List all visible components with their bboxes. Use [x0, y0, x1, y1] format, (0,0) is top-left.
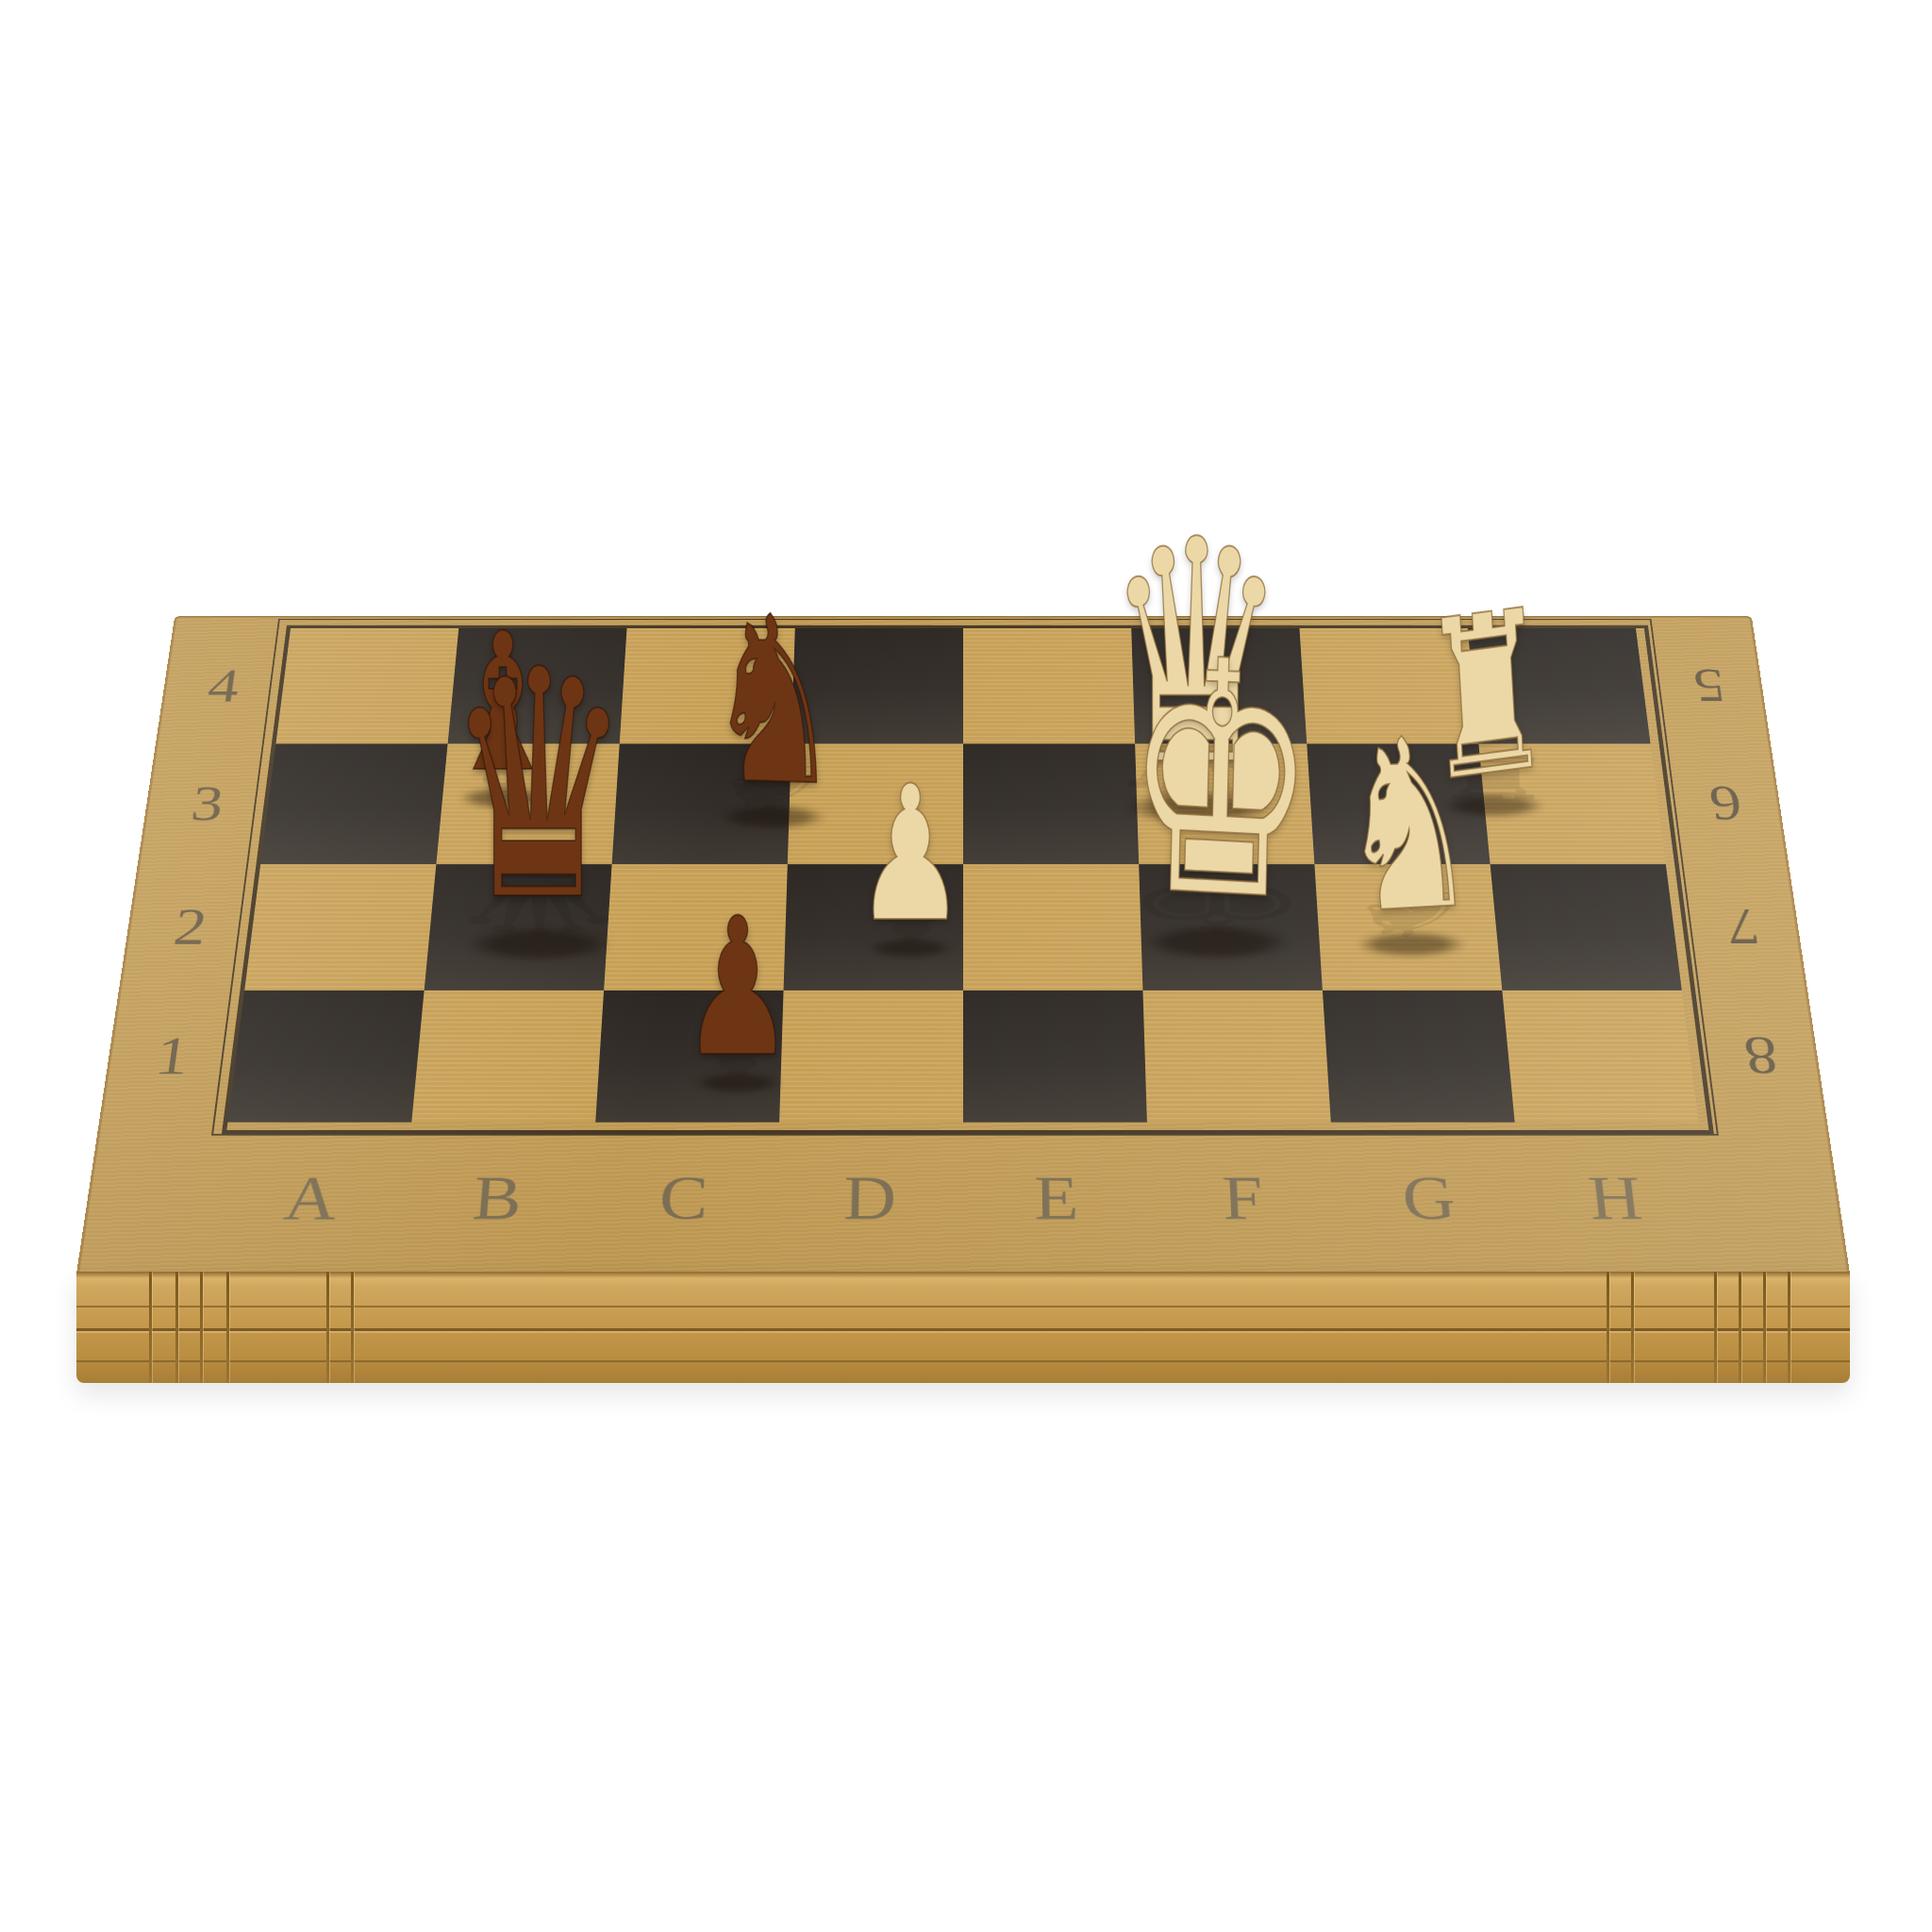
square-d2[interactable]	[784, 864, 963, 991]
rank-label-4: 4	[205, 661, 241, 709]
box-front-face	[76, 1272, 1850, 1383]
rank-label-3: 3	[189, 778, 226, 828]
square-g1[interactable]	[1323, 991, 1515, 1123]
square-a1[interactable]	[227, 991, 424, 1123]
rank-label-5-rotated: 5	[1690, 661, 1727, 709]
square-f2[interactable]	[1139, 864, 1323, 991]
box-cut-line	[175, 1272, 178, 1383]
box-cut-line	[1607, 1272, 1609, 1383]
rank-label-8-rotated: 8	[1740, 1028, 1781, 1083]
square-d3[interactable]	[788, 743, 963, 864]
box-cut-line	[351, 1272, 354, 1383]
file-label-b: B	[471, 1167, 525, 1229]
file-label-e: E	[1034, 1167, 1079, 1229]
square-d4[interactable]	[791, 628, 963, 743]
square-f1[interactable]	[1142, 991, 1330, 1123]
square-a3[interactable]	[260, 743, 447, 864]
box-cut-line	[1739, 1272, 1741, 1383]
square-h1[interactable]	[1502, 991, 1698, 1123]
square-a2[interactable]	[244, 864, 436, 991]
box-cut-line	[149, 1272, 152, 1383]
file-label-c: C	[658, 1167, 709, 1229]
square-g4[interactable]	[1299, 628, 1478, 743]
file-label-h: H	[1586, 1167, 1645, 1229]
box-cut-line	[1714, 1272, 1717, 1383]
box-fold-seam	[76, 1328, 1850, 1331]
box-cut-line	[1788, 1272, 1790, 1383]
board-squares-grid	[227, 628, 1698, 1122]
box-cut-line	[226, 1272, 229, 1383]
square-a4[interactable]	[275, 628, 458, 743]
chess-board: 4321 5678 ABCDEFGH	[76, 616, 1850, 1274]
square-e4[interactable]	[963, 628, 1135, 743]
rank-label-6-rotated: 6	[1707, 778, 1745, 828]
square-e1[interactable]	[963, 991, 1147, 1123]
square-c2[interactable]	[604, 864, 788, 991]
square-e2[interactable]	[963, 864, 1142, 991]
photo-stage: 4321 5678 ABCDEFGH ♝♝♞♞♛♛♟♟♛♛♚♚♟♟♜♜♞♞	[0, 0, 1932, 1932]
square-f4[interactable]	[1131, 628, 1307, 743]
file-label-a: A	[281, 1167, 341, 1229]
box-cut-line	[200, 1272, 203, 1383]
box-groove	[76, 1360, 1850, 1362]
square-c1[interactable]	[595, 991, 783, 1123]
square-g3[interactable]	[1307, 743, 1490, 864]
file-label-f: F	[1221, 1167, 1264, 1229]
square-h2[interactable]	[1491, 864, 1682, 991]
square-b4[interactable]	[448, 628, 627, 743]
square-b3[interactable]	[436, 743, 619, 864]
square-g2[interactable]	[1314, 864, 1502, 991]
box-groove	[76, 1306, 1850, 1307]
box-cut-line	[1631, 1272, 1634, 1383]
rank-label-1: 1	[153, 1028, 193, 1083]
rank-label-7-rotated: 7	[1724, 901, 1763, 953]
square-f3[interactable]	[1135, 743, 1314, 864]
square-c3[interactable]	[612, 743, 791, 864]
square-d1[interactable]	[779, 991, 963, 1123]
square-b1[interactable]	[411, 991, 604, 1123]
square-h3[interactable]	[1478, 743, 1665, 864]
rank-label-2: 2	[171, 901, 210, 953]
square-h4[interactable]	[1468, 628, 1651, 743]
box-cut-line	[326, 1272, 329, 1383]
square-e3[interactable]	[963, 743, 1139, 864]
square-b2[interactable]	[425, 864, 612, 991]
file-label-d: D	[843, 1167, 897, 1229]
file-label-g: G	[1400, 1167, 1457, 1229]
square-c4[interactable]	[620, 628, 795, 743]
box-cut-line	[1763, 1272, 1766, 1383]
